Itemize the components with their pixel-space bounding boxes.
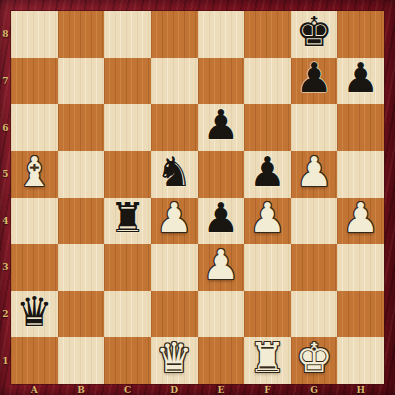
square-h7[interactable]: ♟ bbox=[337, 58, 384, 105]
square-e2[interactable] bbox=[198, 291, 245, 338]
square-d8[interactable] bbox=[151, 11, 198, 58]
file-label-g: G bbox=[291, 384, 338, 395]
square-f1[interactable]: ♜ bbox=[244, 337, 291, 384]
file-labels: ABCDEFGH bbox=[11, 384, 384, 395]
square-e3[interactable]: ♟ bbox=[198, 244, 245, 291]
square-f4[interactable]: ♟ bbox=[244, 198, 291, 245]
white-king[interactable]: ♚ bbox=[296, 338, 333, 379]
square-b7[interactable] bbox=[58, 58, 105, 105]
square-b5[interactable] bbox=[58, 151, 105, 198]
square-g8[interactable]: ♚ bbox=[291, 11, 338, 58]
square-g4[interactable] bbox=[291, 198, 338, 245]
square-c1[interactable] bbox=[104, 337, 151, 384]
square-a8[interactable] bbox=[11, 11, 58, 58]
square-a4[interactable] bbox=[11, 198, 58, 245]
square-e7[interactable] bbox=[198, 58, 245, 105]
square-h6[interactable] bbox=[337, 104, 384, 151]
black-pawn[interactable]: ♟ bbox=[342, 58, 379, 99]
square-d2[interactable] bbox=[151, 291, 198, 338]
square-c2[interactable] bbox=[104, 291, 151, 338]
square-g7[interactable]: ♟ bbox=[291, 58, 338, 105]
square-b4[interactable] bbox=[58, 198, 105, 245]
square-g5[interactable]: ♟ bbox=[291, 151, 338, 198]
file-label-f: F bbox=[244, 384, 291, 395]
square-h8[interactable] bbox=[337, 11, 384, 58]
square-f3[interactable] bbox=[244, 244, 291, 291]
square-c4[interactable]: ♜ bbox=[104, 198, 151, 245]
black-knight[interactable]: ♞ bbox=[156, 152, 193, 193]
rank-label-2: 2 bbox=[0, 291, 11, 338]
square-h2[interactable] bbox=[337, 291, 384, 338]
square-c3[interactable] bbox=[104, 244, 151, 291]
square-g1[interactable]: ♚ bbox=[291, 337, 338, 384]
black-rook[interactable]: ♜ bbox=[109, 198, 146, 239]
white-pawn[interactable]: ♟ bbox=[249, 198, 286, 239]
white-pawn[interactable]: ♟ bbox=[202, 245, 239, 286]
rank-labels: 87654321 bbox=[0, 11, 11, 384]
rank-label-7: 7 bbox=[0, 58, 11, 105]
white-pawn[interactable]: ♟ bbox=[342, 198, 379, 239]
square-g6[interactable] bbox=[291, 104, 338, 151]
black-queen[interactable]: ♛ bbox=[16, 292, 53, 333]
square-b3[interactable] bbox=[58, 244, 105, 291]
rank-label-3: 3 bbox=[0, 244, 11, 291]
square-b2[interactable] bbox=[58, 291, 105, 338]
square-a7[interactable] bbox=[11, 58, 58, 105]
square-b6[interactable] bbox=[58, 104, 105, 151]
file-label-e: E bbox=[198, 384, 245, 395]
square-e8[interactable] bbox=[198, 11, 245, 58]
black-pawn[interactable]: ♟ bbox=[202, 105, 239, 146]
square-f6[interactable] bbox=[244, 104, 291, 151]
square-a2[interactable]: ♛ bbox=[11, 291, 58, 338]
square-f8[interactable] bbox=[244, 11, 291, 58]
white-pawn[interactable]: ♟ bbox=[296, 152, 333, 193]
square-e5[interactable] bbox=[198, 151, 245, 198]
rank-label-5: 5 bbox=[0, 151, 11, 198]
file-label-b: B bbox=[58, 384, 105, 395]
square-a3[interactable] bbox=[11, 244, 58, 291]
file-label-h: H bbox=[337, 384, 384, 395]
square-h4[interactable]: ♟ bbox=[337, 198, 384, 245]
square-b8[interactable] bbox=[58, 11, 105, 58]
white-rook[interactable]: ♜ bbox=[249, 338, 286, 379]
chess-board-frame: 87654321 ♚♟♟♟♝♞♟♟♜♟♟♟♟♟♛♛♜♚ ABCDEFGH bbox=[0, 0, 395, 395]
square-h5[interactable] bbox=[337, 151, 384, 198]
rank-label-6: 6 bbox=[0, 104, 11, 151]
square-d4[interactable]: ♟ bbox=[151, 198, 198, 245]
square-d6[interactable] bbox=[151, 104, 198, 151]
black-pawn[interactable]: ♟ bbox=[249, 152, 286, 193]
rank-label-4: 4 bbox=[0, 198, 11, 245]
chess-board: ♚♟♟♟♝♞♟♟♜♟♟♟♟♟♛♛♜♚ bbox=[11, 11, 384, 384]
square-b1[interactable] bbox=[58, 337, 105, 384]
file-label-d: D bbox=[151, 384, 198, 395]
square-d7[interactable] bbox=[151, 58, 198, 105]
square-a1[interactable] bbox=[11, 337, 58, 384]
black-pawn[interactable]: ♟ bbox=[296, 58, 333, 99]
square-c8[interactable] bbox=[104, 11, 151, 58]
square-d1[interactable]: ♛ bbox=[151, 337, 198, 384]
black-pawn[interactable]: ♟ bbox=[202, 198, 239, 239]
white-bishop[interactable]: ♝ bbox=[16, 152, 53, 193]
square-d3[interactable] bbox=[151, 244, 198, 291]
rank-label-8: 8 bbox=[0, 11, 11, 58]
square-g2[interactable] bbox=[291, 291, 338, 338]
rank-label-1: 1 bbox=[0, 337, 11, 384]
square-e1[interactable] bbox=[198, 337, 245, 384]
file-label-a: A bbox=[11, 384, 58, 395]
white-queen[interactable]: ♛ bbox=[156, 338, 193, 379]
square-a6[interactable] bbox=[11, 104, 58, 151]
square-c7[interactable] bbox=[104, 58, 151, 105]
square-f7[interactable] bbox=[244, 58, 291, 105]
square-h3[interactable] bbox=[337, 244, 384, 291]
square-f5[interactable]: ♟ bbox=[244, 151, 291, 198]
square-g3[interactable] bbox=[291, 244, 338, 291]
square-e4[interactable]: ♟ bbox=[198, 198, 245, 245]
square-e6[interactable]: ♟ bbox=[198, 104, 245, 151]
square-h1[interactable] bbox=[337, 337, 384, 384]
square-c6[interactable] bbox=[104, 104, 151, 151]
square-d5[interactable]: ♞ bbox=[151, 151, 198, 198]
square-f2[interactable] bbox=[244, 291, 291, 338]
black-king[interactable]: ♚ bbox=[296, 12, 333, 53]
square-c5[interactable] bbox=[104, 151, 151, 198]
file-label-c: C bbox=[104, 384, 151, 395]
square-a5[interactable]: ♝ bbox=[11, 151, 58, 198]
white-pawn[interactable]: ♟ bbox=[156, 198, 193, 239]
